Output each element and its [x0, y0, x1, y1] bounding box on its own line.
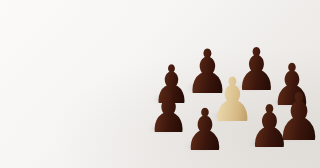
- black-pawn: ♟: [181, 101, 229, 159]
- chess-pawns-photo: ♟♟♟♟♟♟♟♟♟: [0, 0, 320, 168]
- pieces-layer: ♟♟♟♟♟♟♟♟♟: [0, 0, 320, 168]
- black-pawn: ♟: [245, 97, 293, 156]
